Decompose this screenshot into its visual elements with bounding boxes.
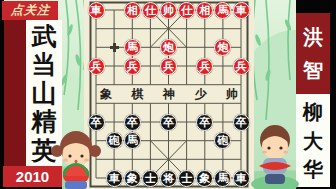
board-pieces: 車相仕帅仕相馬車馬炮炮兵兵兵兵兵卒卒卒卒卒砲馬砲車象士将士象馬車 (84, 0, 254, 189)
piece-black: 士 (178, 170, 195, 187)
player-char: 华 (303, 159, 323, 179)
xiangqi-board: 象 棋 神 少 帅 車相仕帅仕相馬車馬炮炮兵兵兵兵兵卒卒卒卒卒砲馬砲車象士将士象… (84, 0, 254, 189)
piece-black: 車 (106, 170, 123, 187)
piece-red: 帅 (160, 2, 177, 19)
last-move-marker (110, 43, 119, 52)
piece-black: 象 (196, 170, 213, 187)
piece-black: 馬 (124, 132, 141, 149)
piece-black: 卒 (233, 114, 250, 131)
piece-red: 炮 (214, 39, 231, 56)
piece-black: 砲 (106, 132, 123, 149)
piece-black: 士 (142, 170, 159, 187)
player-char: 柳 (303, 102, 323, 122)
piece-red: 車 (88, 2, 105, 19)
piece-red: 兵 (88, 58, 105, 75)
player-top-name: 洪 智 (296, 13, 330, 94)
title-char: 武 (32, 24, 57, 49)
piece-black: 卒 (196, 114, 213, 131)
player-bottom-name: 柳 大 华 (296, 94, 330, 187)
player-char: 洪 (303, 27, 323, 47)
piece-red: 炮 (160, 39, 177, 56)
piece-red: 兵 (160, 58, 177, 75)
piece-red: 車 (233, 2, 250, 19)
piece-black: 将 (160, 170, 177, 187)
piece-red: 馬 (214, 2, 231, 19)
boy-cartoon (249, 120, 301, 189)
piece-red: 兵 (196, 58, 213, 75)
title-char: 当 (32, 52, 57, 77)
piece-black: 馬 (214, 170, 231, 187)
piece-red: 馬 (124, 39, 141, 56)
piece-red: 仕 (142, 2, 159, 19)
piece-black: 砲 (214, 132, 231, 149)
piece-black: 卒 (124, 114, 141, 131)
video-thumbnail: 点关注 武 当 山 精 英 2010 (0, 0, 336, 189)
piece-black: 車 (233, 170, 250, 187)
piece-red: 相 (196, 2, 213, 19)
right-edge-bar (330, 0, 336, 189)
player-char: 智 (303, 60, 323, 80)
piece-red: 兵 (124, 58, 141, 75)
piece-red: 兵 (233, 58, 250, 75)
piece-black: 卒 (160, 114, 177, 131)
piece-red: 相 (124, 2, 141, 19)
piece-red: 仕 (178, 2, 195, 19)
player-char: 大 (303, 131, 323, 151)
piece-black: 象 (124, 170, 141, 187)
follow-banner-text: 点关注 (10, 2, 51, 19)
follow-banner: 点关注 (2, 1, 58, 20)
title-char: 山 (32, 81, 57, 106)
left-darkred-strip (4, 19, 26, 189)
girl-cartoon (50, 123, 102, 189)
